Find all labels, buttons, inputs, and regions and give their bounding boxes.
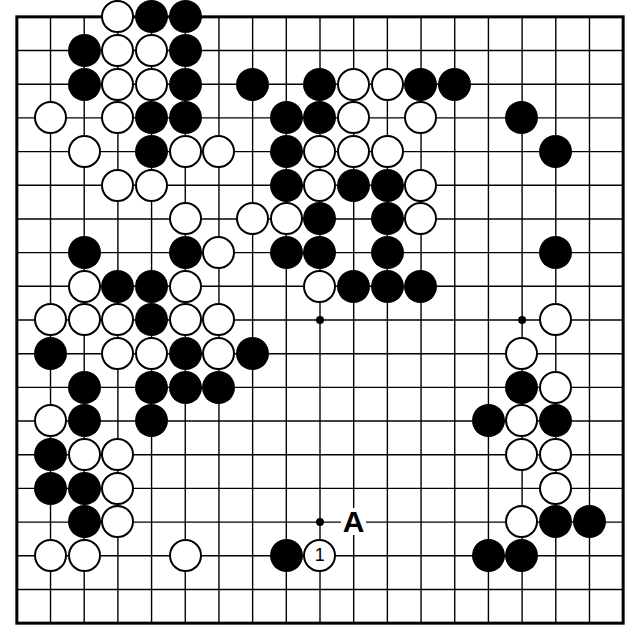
intersection[interactable] [34, 135, 68, 169]
intersection[interactable] [0, 606, 34, 640]
intersection[interactable] [303, 34, 337, 68]
intersection[interactable] [303, 67, 337, 101]
intersection[interactable] [505, 505, 539, 539]
intersection[interactable] [505, 438, 539, 472]
intersection[interactable] [34, 202, 68, 236]
intersection[interactable] [202, 168, 236, 202]
intersection[interactable] [168, 34, 202, 68]
intersection[interactable] [404, 303, 438, 337]
intersection[interactable] [539, 606, 573, 640]
intersection[interactable] [303, 438, 337, 472]
intersection[interactable] [438, 505, 472, 539]
intersection[interactable] [269, 539, 303, 573]
intersection[interactable] [303, 101, 337, 135]
intersection[interactable] [539, 370, 573, 404]
intersection[interactable] [67, 572, 101, 606]
intersection[interactable] [34, 236, 68, 270]
intersection[interactable] [202, 34, 236, 68]
intersection[interactable] [539, 236, 573, 270]
intersection[interactable] [438, 0, 472, 34]
intersection[interactable] [135, 572, 169, 606]
intersection[interactable] [539, 101, 573, 135]
intersection[interactable] [168, 236, 202, 270]
intersection[interactable] [606, 337, 640, 371]
intersection[interactable] [404, 438, 438, 472]
intersection[interactable] [337, 606, 371, 640]
intersection[interactable] [337, 135, 371, 169]
intersection[interactable] [34, 34, 68, 68]
intersection[interactable] [572, 0, 606, 34]
intersection[interactable] [471, 404, 505, 438]
intersection[interactable] [67, 101, 101, 135]
intersection[interactable] [67, 269, 101, 303]
intersection[interactable] [67, 67, 101, 101]
intersection[interactable] [404, 67, 438, 101]
intersection[interactable] [0, 0, 34, 34]
intersection[interactable] [505, 236, 539, 270]
intersection[interactable] [202, 438, 236, 472]
intersection[interactable] [236, 0, 270, 34]
intersection[interactable] [202, 572, 236, 606]
intersection[interactable] [101, 269, 135, 303]
intersection[interactable] [606, 135, 640, 169]
intersection[interactable] [539, 572, 573, 606]
intersection[interactable] [303, 370, 337, 404]
intersection[interactable] [269, 370, 303, 404]
intersection[interactable] [0, 471, 34, 505]
intersection[interactable] [370, 303, 404, 337]
intersection[interactable] [370, 404, 404, 438]
intersection[interactable] [168, 269, 202, 303]
intersection[interactable] [168, 168, 202, 202]
intersection[interactable] [505, 135, 539, 169]
intersection[interactable] [0, 101, 34, 135]
intersection[interactable] [471, 606, 505, 640]
intersection[interactable] [34, 539, 68, 573]
intersection[interactable] [34, 404, 68, 438]
intersection[interactable] [606, 202, 640, 236]
intersection[interactable] [539, 67, 573, 101]
intersection[interactable] [404, 135, 438, 169]
intersection[interactable] [135, 337, 169, 371]
intersection[interactable] [572, 135, 606, 169]
intersection[interactable] [539, 539, 573, 573]
intersection[interactable] [539, 438, 573, 472]
intersection[interactable] [337, 168, 371, 202]
intersection[interactable] [202, 505, 236, 539]
intersection[interactable] [337, 101, 371, 135]
intersection[interactable] [471, 438, 505, 472]
intersection[interactable] [337, 438, 371, 472]
intersection[interactable] [404, 505, 438, 539]
intersection[interactable] [303, 168, 337, 202]
intersection[interactable] [34, 370, 68, 404]
intersection[interactable] [269, 572, 303, 606]
intersection[interactable] [606, 236, 640, 270]
intersection[interactable] [269, 135, 303, 169]
intersection[interactable] [606, 404, 640, 438]
intersection[interactable] [269, 471, 303, 505]
intersection[interactable] [572, 572, 606, 606]
intersection[interactable] [471, 539, 505, 573]
intersection[interactable] [404, 606, 438, 640]
intersection[interactable] [101, 471, 135, 505]
intersection[interactable] [135, 606, 169, 640]
intersection[interactable] [0, 370, 34, 404]
intersection[interactable] [236, 168, 270, 202]
intersection[interactable] [471, 337, 505, 371]
intersection[interactable] [101, 606, 135, 640]
intersection[interactable] [202, 236, 236, 270]
intersection[interactable] [370, 370, 404, 404]
intersection[interactable] [539, 337, 573, 371]
intersection[interactable] [202, 471, 236, 505]
intersection[interactable] [505, 539, 539, 573]
intersection[interactable] [404, 404, 438, 438]
intersection[interactable] [67, 471, 101, 505]
intersection[interactable] [471, 370, 505, 404]
intersection[interactable] [135, 135, 169, 169]
intersection[interactable] [236, 438, 270, 472]
intersection[interactable] [202, 67, 236, 101]
intersection[interactable] [337, 539, 371, 573]
intersection[interactable] [135, 438, 169, 472]
intersection[interactable] [67, 539, 101, 573]
intersection[interactable] [606, 0, 640, 34]
intersection[interactable] [168, 505, 202, 539]
intersection[interactable] [539, 404, 573, 438]
intersection[interactable] [202, 539, 236, 573]
intersection[interactable] [34, 505, 68, 539]
intersection[interactable] [67, 34, 101, 68]
intersection[interactable] [303, 606, 337, 640]
intersection[interactable] [135, 202, 169, 236]
intersection[interactable] [505, 67, 539, 101]
intersection[interactable] [236, 34, 270, 68]
intersection[interactable] [67, 168, 101, 202]
intersection[interactable] [101, 438, 135, 472]
intersection[interactable] [236, 101, 270, 135]
intersection[interactable] [67, 0, 101, 34]
intersection[interactable] [67, 606, 101, 640]
intersection[interactable] [236, 303, 270, 337]
intersection[interactable] [168, 101, 202, 135]
intersection[interactable] [236, 471, 270, 505]
intersection[interactable] [202, 269, 236, 303]
intersection[interactable] [337, 202, 371, 236]
intersection[interactable] [101, 236, 135, 270]
intersection[interactable] [269, 303, 303, 337]
intersection[interactable] [34, 269, 68, 303]
intersection[interactable] [303, 337, 337, 371]
intersection[interactable] [539, 202, 573, 236]
intersection[interactable] [168, 539, 202, 573]
intersection[interactable] [135, 471, 169, 505]
intersection[interactable] [0, 236, 34, 270]
intersection[interactable] [303, 572, 337, 606]
intersection[interactable] [471, 202, 505, 236]
intersection[interactable] [0, 135, 34, 169]
intersection[interactable] [34, 101, 68, 135]
intersection[interactable] [438, 337, 472, 371]
intersection[interactable] [269, 34, 303, 68]
intersection[interactable] [202, 606, 236, 640]
intersection[interactable] [337, 303, 371, 337]
intersection[interactable] [236, 269, 270, 303]
intersection[interactable] [168, 438, 202, 472]
intersection[interactable] [438, 404, 472, 438]
intersection[interactable] [572, 67, 606, 101]
intersection[interactable] [0, 202, 34, 236]
intersection[interactable] [505, 168, 539, 202]
intersection[interactable] [101, 0, 135, 34]
intersection[interactable] [236, 404, 270, 438]
intersection[interactable] [236, 236, 270, 270]
intersection[interactable] [202, 0, 236, 34]
intersection[interactable] [303, 269, 337, 303]
intersection[interactable] [370, 236, 404, 270]
intersection[interactable] [101, 404, 135, 438]
intersection[interactable] [370, 202, 404, 236]
intersection[interactable] [168, 337, 202, 371]
intersection[interactable] [606, 168, 640, 202]
intersection[interactable] [34, 471, 68, 505]
intersection[interactable] [572, 101, 606, 135]
intersection[interactable] [337, 572, 371, 606]
intersection[interactable] [438, 168, 472, 202]
intersection[interactable] [337, 0, 371, 34]
intersection[interactable] [67, 438, 101, 472]
intersection[interactable] [438, 572, 472, 606]
intersection[interactable] [101, 337, 135, 371]
intersection[interactable] [370, 539, 404, 573]
intersection[interactable] [370, 101, 404, 135]
intersection[interactable] [269, 438, 303, 472]
intersection[interactable] [67, 135, 101, 169]
intersection[interactable] [34, 0, 68, 34]
intersection[interactable] [404, 101, 438, 135]
intersection[interactable] [269, 101, 303, 135]
intersection[interactable] [269, 269, 303, 303]
intersection[interactable] [0, 572, 34, 606]
intersection[interactable] [337, 269, 371, 303]
intersection[interactable] [236, 337, 270, 371]
intersection[interactable] [539, 135, 573, 169]
intersection[interactable] [606, 505, 640, 539]
intersection[interactable] [471, 168, 505, 202]
intersection[interactable] [438, 236, 472, 270]
intersection[interactable] [202, 135, 236, 169]
intersection[interactable] [404, 269, 438, 303]
intersection[interactable] [168, 606, 202, 640]
intersection[interactable] [505, 606, 539, 640]
intersection[interactable] [606, 572, 640, 606]
intersection[interactable] [303, 135, 337, 169]
intersection[interactable] [303, 236, 337, 270]
intersection[interactable] [606, 539, 640, 573]
intersection[interactable] [404, 572, 438, 606]
intersection[interactable] [168, 67, 202, 101]
intersection[interactable] [370, 135, 404, 169]
intersection[interactable] [67, 337, 101, 371]
intersection[interactable] [572, 606, 606, 640]
intersection[interactable] [404, 236, 438, 270]
intersection[interactable] [202, 303, 236, 337]
intersection[interactable] [370, 505, 404, 539]
intersection[interactable] [471, 34, 505, 68]
intersection[interactable] [404, 471, 438, 505]
intersection[interactable] [67, 236, 101, 270]
intersection[interactable] [471, 236, 505, 270]
intersection[interactable] [269, 337, 303, 371]
intersection[interactable] [67, 202, 101, 236]
intersection[interactable] [337, 67, 371, 101]
intersection[interactable] [438, 135, 472, 169]
intersection[interactable] [202, 404, 236, 438]
intersection[interactable] [135, 539, 169, 573]
intersection[interactable] [370, 438, 404, 472]
intersection[interactable] [404, 539, 438, 573]
intersection[interactable] [236, 572, 270, 606]
intersection[interactable] [168, 135, 202, 169]
intersection[interactable] [539, 303, 573, 337]
intersection[interactable] [438, 67, 472, 101]
intersection[interactable] [572, 236, 606, 270]
intersection[interactable] [135, 370, 169, 404]
intersection[interactable] [135, 101, 169, 135]
intersection[interactable] [505, 370, 539, 404]
intersection[interactable] [303, 404, 337, 438]
intersection[interactable] [101, 135, 135, 169]
intersection[interactable] [471, 135, 505, 169]
intersection[interactable] [471, 471, 505, 505]
intersection[interactable] [505, 0, 539, 34]
intersection[interactable] [0, 539, 34, 573]
intersection[interactable] [0, 303, 34, 337]
intersection[interactable] [135, 269, 169, 303]
intersection[interactable] [269, 236, 303, 270]
intersection[interactable] [135, 505, 169, 539]
intersection[interactable] [471, 572, 505, 606]
intersection[interactable] [572, 202, 606, 236]
intersection[interactable] [101, 303, 135, 337]
intersection[interactable] [438, 539, 472, 573]
intersection[interactable] [337, 404, 371, 438]
intersection[interactable] [539, 168, 573, 202]
intersection[interactable] [370, 572, 404, 606]
intersection[interactable] [202, 101, 236, 135]
intersection[interactable] [236, 370, 270, 404]
intersection[interactable] [471, 303, 505, 337]
intersection[interactable] [438, 471, 472, 505]
intersection[interactable] [303, 202, 337, 236]
intersection[interactable] [135, 236, 169, 270]
intersection[interactable] [34, 606, 68, 640]
intersection[interactable] [0, 404, 34, 438]
intersection[interactable] [572, 539, 606, 573]
intersection[interactable] [505, 471, 539, 505]
intersection[interactable] [236, 505, 270, 539]
intersection[interactable] [101, 505, 135, 539]
intersection[interactable] [606, 269, 640, 303]
intersection[interactable] [438, 370, 472, 404]
intersection[interactable] [168, 471, 202, 505]
intersection[interactable] [168, 370, 202, 404]
intersection[interactable] [370, 606, 404, 640]
intersection[interactable] [505, 404, 539, 438]
intersection[interactable] [505, 337, 539, 371]
intersection[interactable] [572, 269, 606, 303]
intersection[interactable] [370, 471, 404, 505]
intersection[interactable]: 1 [303, 539, 337, 573]
intersection[interactable] [135, 303, 169, 337]
intersection[interactable] [337, 471, 371, 505]
intersection[interactable] [168, 572, 202, 606]
intersection[interactable] [471, 101, 505, 135]
intersection[interactable] [572, 505, 606, 539]
intersection[interactable] [0, 67, 34, 101]
intersection[interactable] [505, 269, 539, 303]
intersection[interactable] [269, 404, 303, 438]
intersection[interactable] [303, 303, 337, 337]
intersection[interactable] [101, 168, 135, 202]
intersection[interactable] [269, 168, 303, 202]
intersection[interactable] [135, 34, 169, 68]
intersection[interactable] [438, 101, 472, 135]
intersection[interactable] [236, 539, 270, 573]
intersection[interactable] [438, 606, 472, 640]
intersection[interactable] [370, 269, 404, 303]
intersection[interactable] [34, 303, 68, 337]
intersection[interactable] [370, 67, 404, 101]
intersection[interactable] [135, 0, 169, 34]
intersection[interactable] [606, 370, 640, 404]
intersection[interactable] [101, 202, 135, 236]
intersection[interactable] [572, 370, 606, 404]
intersection[interactable] [236, 135, 270, 169]
intersection[interactable] [236, 202, 270, 236]
intersection[interactable] [34, 572, 68, 606]
intersection[interactable] [135, 168, 169, 202]
intersection[interactable] [606, 34, 640, 68]
intersection[interactable] [101, 572, 135, 606]
intersection[interactable] [67, 404, 101, 438]
intersection[interactable] [202, 337, 236, 371]
intersection[interactable] [505, 34, 539, 68]
intersection[interactable] [135, 67, 169, 101]
intersection[interactable] [539, 505, 573, 539]
intersection[interactable] [404, 34, 438, 68]
intersection[interactable] [202, 370, 236, 404]
intersection[interactable] [370, 34, 404, 68]
intersection[interactable] [606, 471, 640, 505]
intersection[interactable] [303, 471, 337, 505]
intersection[interactable] [505, 202, 539, 236]
intersection[interactable] [34, 438, 68, 472]
intersection[interactable] [505, 303, 539, 337]
intersection[interactable] [269, 67, 303, 101]
intersection[interactable] [539, 269, 573, 303]
intersection[interactable] [438, 438, 472, 472]
intersection[interactable] [101, 101, 135, 135]
intersection[interactable] [606, 606, 640, 640]
intersection[interactable] [572, 34, 606, 68]
intersection[interactable] [438, 202, 472, 236]
intersection[interactable] [572, 168, 606, 202]
intersection[interactable] [572, 438, 606, 472]
intersection[interactable] [606, 303, 640, 337]
intersection[interactable] [168, 202, 202, 236]
